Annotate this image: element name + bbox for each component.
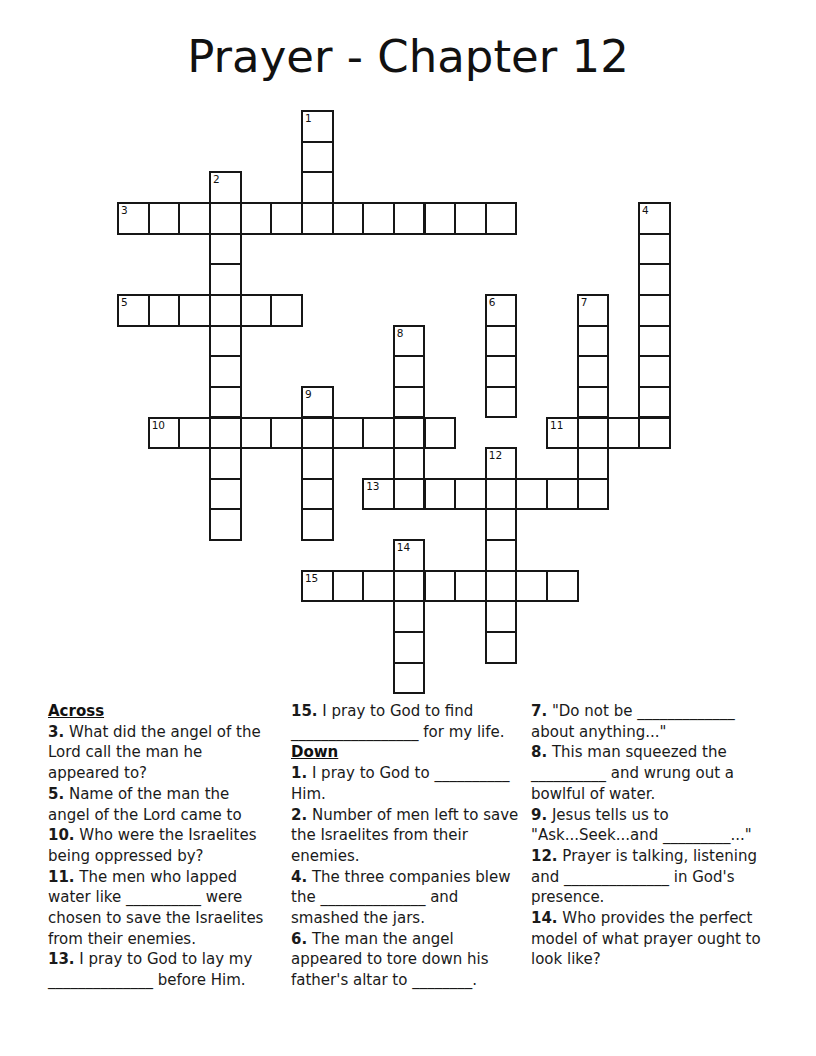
clue-number-11: 11 bbox=[550, 419, 563, 431]
grid-cell-r3c7[interactable] bbox=[332, 202, 365, 235]
grid-cell-r8c12[interactable] bbox=[485, 355, 518, 388]
grid-cell-r3c3[interactable] bbox=[209, 202, 242, 235]
clue-item-number: 11. bbox=[48, 868, 75, 886]
clue-item-text: What did the angel of the Lord call the … bbox=[48, 723, 261, 782]
clue-item-text: "Do not be _____________ about anything.… bbox=[531, 702, 735, 741]
clue-item-text: I pray to God to lay my ______________ b… bbox=[48, 950, 252, 989]
grid-cell-r3c8[interactable] bbox=[362, 202, 395, 235]
grid-cell-r3c9[interactable] bbox=[393, 202, 426, 235]
grid-cell-r7c3[interactable] bbox=[209, 325, 242, 358]
grid-cell-r7c12[interactable] bbox=[485, 325, 518, 358]
grid-cell-r6c1[interactable] bbox=[148, 294, 181, 327]
grid-cell-r3c4[interactable] bbox=[240, 202, 273, 235]
clue-down-8: 8. This man squeezed the __________ and … bbox=[531, 742, 768, 804]
grid-cell-r8c17[interactable] bbox=[638, 355, 671, 388]
clue-number-6: 6 bbox=[489, 296, 496, 308]
clue-number-13: 13 bbox=[366, 480, 379, 492]
clue-across-13: 13. I pray to God to lay my ____________… bbox=[48, 949, 274, 990]
clue-item-text: Number of men left to save the Israelite… bbox=[291, 806, 518, 865]
grid-cell-r12c12[interactable] bbox=[485, 478, 518, 511]
grid-cell-r10c10[interactable] bbox=[424, 417, 457, 450]
grid-cell-r11c12[interactable]: 12 bbox=[485, 447, 518, 480]
grid-cell-r5c3[interactable] bbox=[209, 263, 242, 296]
clue-item-text: The men who lapped water like __________… bbox=[48, 868, 263, 948]
clue-item-number: 7. bbox=[531, 702, 547, 720]
grid-cell-r10c16[interactable] bbox=[607, 417, 640, 450]
grid-cell-r3c2[interactable] bbox=[178, 202, 211, 235]
clue-number-14: 14 bbox=[397, 541, 410, 553]
clue-down-1: 1. I pray to God to __________ Him. bbox=[291, 763, 527, 804]
grid-cell-r0c6[interactable]: 1 bbox=[301, 110, 334, 143]
grid-cell-r16c9[interactable] bbox=[393, 600, 426, 633]
clue-item-text: Who were the Israelites being oppressed … bbox=[48, 826, 256, 865]
grid-cell-r15c6[interactable]: 15 bbox=[301, 570, 334, 603]
grid-cell-r10c2[interactable] bbox=[178, 417, 211, 450]
clue-number-1: 1 bbox=[305, 112, 312, 124]
grid-cell-r6c5[interactable] bbox=[270, 294, 303, 327]
grid-cell-r12c3[interactable] bbox=[209, 478, 242, 511]
grid-cell-r15c13[interactable] bbox=[515, 570, 548, 603]
grid-cell-r10c8[interactable] bbox=[362, 417, 395, 450]
grid-cell-r10c6[interactable] bbox=[301, 417, 334, 450]
grid-cell-r15c9[interactable] bbox=[393, 570, 426, 603]
grid-cell-r5c17[interactable] bbox=[638, 263, 671, 296]
grid-cell-r11c6[interactable] bbox=[301, 447, 334, 480]
puzzle-title: Prayer - Chapter 12 bbox=[0, 30, 816, 83]
clue-item-text: Who provides the perfect model of what p… bbox=[531, 909, 761, 968]
grid-cell-r6c17[interactable] bbox=[638, 294, 671, 327]
clue-number-8: 8 bbox=[397, 327, 404, 339]
grid-cell-r7c17[interactable] bbox=[638, 325, 671, 358]
clue-item-number: 4. bbox=[291, 868, 307, 886]
grid-cell-r15c11[interactable] bbox=[454, 570, 487, 603]
grid-cell-r3c11[interactable] bbox=[454, 202, 487, 235]
grid-cell-r10c4[interactable] bbox=[240, 417, 273, 450]
clue-item-number: 15. bbox=[291, 702, 318, 720]
grid-cell-r9c6[interactable]: 9 bbox=[301, 386, 334, 419]
clue-item-number: 12. bbox=[531, 847, 558, 865]
grid-cell-r12c10[interactable] bbox=[424, 478, 457, 511]
clue-item-number: 3. bbox=[48, 723, 64, 741]
clue-down-9: 9. Jesus tells us to "Ask...Seek...and _… bbox=[531, 805, 768, 846]
clue-number-7: 7 bbox=[581, 296, 588, 308]
grid-cell-r10c1[interactable]: 10 bbox=[148, 417, 181, 450]
grid-cell-r10c9[interactable] bbox=[393, 417, 426, 450]
clue-number-12: 12 bbox=[489, 449, 502, 461]
grid-cell-r13c12[interactable] bbox=[485, 508, 518, 541]
grid-cell-r10c17[interactable] bbox=[638, 417, 671, 450]
clue-column-3: 7. "Do not be _____________ about anythi… bbox=[531, 701, 768, 970]
grid-cell-r9c9[interactable] bbox=[393, 386, 426, 419]
grid-cell-r10c14[interactable]: 11 bbox=[546, 417, 579, 450]
grid-cell-r17c9[interactable] bbox=[393, 631, 426, 664]
grid-cell-r1c6[interactable] bbox=[301, 141, 334, 174]
clue-number-3: 3 bbox=[121, 204, 128, 216]
grid-cell-r3c6[interactable] bbox=[301, 202, 334, 235]
clue-down-4: 4. The three companies blew the ________… bbox=[291, 867, 527, 929]
grid-cell-r8c3[interactable] bbox=[209, 355, 242, 388]
grid-cell-r3c12[interactable] bbox=[485, 202, 518, 235]
clue-item-number: 1. bbox=[291, 764, 307, 782]
clue-number-10: 10 bbox=[152, 419, 165, 431]
grid-cell-r17c12[interactable] bbox=[485, 631, 518, 664]
grid-cell-r8c15[interactable] bbox=[577, 355, 610, 388]
grid-cell-r15c8[interactable] bbox=[362, 570, 395, 603]
clue-item-number: 10. bbox=[48, 826, 75, 844]
clues-section: Across3. What did the angel of the Lord … bbox=[0, 701, 816, 1001]
grid-cell-r12c15[interactable] bbox=[577, 478, 610, 511]
grid-cell-r7c9[interactable]: 8 bbox=[393, 325, 426, 358]
grid-cell-r2c6[interactable] bbox=[301, 171, 334, 204]
clue-across-5: 5. Name of the man the angel of the Lord… bbox=[48, 784, 274, 825]
grid-cell-r12c6[interactable] bbox=[301, 478, 334, 511]
grid-cell-r14c12[interactable] bbox=[485, 539, 518, 572]
clue-down-2: 2. Number of men left to save the Israel… bbox=[291, 805, 527, 867]
clue-item-number: 8. bbox=[531, 743, 547, 761]
grid-cell-r18c9[interactable] bbox=[393, 662, 426, 695]
clue-item-number: 14. bbox=[531, 909, 558, 927]
clue-number-5: 5 bbox=[121, 296, 128, 308]
grid-cell-r9c15[interactable] bbox=[577, 386, 610, 419]
grid-cell-r15c12[interactable] bbox=[485, 570, 518, 603]
clue-number-15: 15 bbox=[305, 572, 318, 584]
grid-cell-r6c12[interactable]: 6 bbox=[485, 294, 518, 327]
grid-cell-r6c4[interactable] bbox=[240, 294, 273, 327]
clue-number-4: 4 bbox=[642, 204, 649, 216]
grid-cell-r11c3[interactable] bbox=[209, 447, 242, 480]
grid-cell-r6c2[interactable] bbox=[178, 294, 211, 327]
clue-column-2: 15. I pray to God to find ______________… bbox=[291, 701, 527, 991]
grid-cell-r3c10[interactable] bbox=[424, 202, 457, 235]
crossword-worksheet-page: { "game": "crossword", "title": "Prayer … bbox=[0, 0, 816, 1056]
grid-cell-r12c14[interactable] bbox=[546, 478, 579, 511]
grid-cell-r10c15[interactable] bbox=[577, 417, 610, 450]
clue-item-number: 2. bbox=[291, 806, 307, 824]
clue-item-text: Prayer is talking, listening and _______… bbox=[531, 847, 757, 906]
clue-down-12: 12. Prayer is talking, listening and ___… bbox=[531, 846, 768, 908]
clue-across-3: 3. What did the angel of the Lord call t… bbox=[48, 722, 274, 784]
grid-cell-r4c17[interactable] bbox=[638, 233, 671, 266]
clue-item-text: The man the angel appeared to tore down … bbox=[291, 930, 488, 989]
grid-cell-r6c3[interactable] bbox=[209, 294, 242, 327]
grid-cell-r16c12[interactable] bbox=[485, 600, 518, 633]
grid-cell-r3c17[interactable]: 4 bbox=[638, 202, 671, 235]
clue-across-10: 10. Who were the Israelites being oppres… bbox=[48, 825, 274, 866]
grid-cell-r13c3[interactable] bbox=[209, 508, 242, 541]
clue-across-11: 11. The men who lapped water like ______… bbox=[48, 867, 274, 950]
grid-cell-r10c3[interactable] bbox=[209, 417, 242, 450]
clue-down-14: 14. Who provides the perfect model of wh… bbox=[531, 908, 768, 970]
clue-down-6: 6. The man the angel appeared to tore do… bbox=[291, 929, 527, 991]
grid-cell-r8c9[interactable] bbox=[393, 355, 426, 388]
clue-item-text: Name of the man the angel of the Lord ca… bbox=[48, 785, 242, 824]
grid-cell-r10c7[interactable] bbox=[332, 417, 365, 450]
grid-cell-r15c14[interactable] bbox=[546, 570, 579, 603]
grid-cell-r13c6[interactable] bbox=[301, 508, 334, 541]
grid-cell-r12c8[interactable]: 13 bbox=[362, 478, 395, 511]
grid-cell-r3c5[interactable] bbox=[270, 202, 303, 235]
grid-cell-r3c1[interactable] bbox=[148, 202, 181, 235]
clue-number-9: 9 bbox=[305, 388, 312, 400]
grid-cell-r12c11[interactable] bbox=[454, 478, 487, 511]
grid-cell-r9c17[interactable] bbox=[638, 386, 671, 419]
across-header: Across bbox=[48, 701, 274, 722]
grid-cell-r15c7[interactable] bbox=[332, 570, 365, 603]
grid-cell-r6c15[interactable]: 7 bbox=[577, 294, 610, 327]
clue-item-text: I pray to God to __________ Him. bbox=[291, 764, 509, 803]
clue-item-text: The three companies blew the ___________… bbox=[291, 868, 510, 927]
clue-number-2: 2 bbox=[213, 173, 220, 185]
clue-down-7: 7. "Do not be _____________ about anythi… bbox=[531, 701, 768, 742]
grid-cell-r11c9[interactable] bbox=[393, 447, 426, 480]
down-header: Down bbox=[291, 742, 527, 763]
crossword-grid: 123456789101112131415 bbox=[117, 110, 671, 694]
grid-cell-r14c9[interactable]: 14 bbox=[393, 539, 426, 572]
grid-cell-r6c0[interactable]: 5 bbox=[117, 294, 150, 327]
clue-item-text: Jesus tells us to "Ask...Seek...and ____… bbox=[531, 806, 752, 845]
grid-cell-r3c0[interactable]: 3 bbox=[117, 202, 150, 235]
clue-item-number: 13. bbox=[48, 950, 75, 968]
clue-item-number: 5. bbox=[48, 785, 64, 803]
grid-cell-r11c15[interactable] bbox=[577, 447, 610, 480]
clue-item-text: This man squeezed the __________ and wru… bbox=[531, 743, 734, 802]
grid-cell-r10c5[interactable] bbox=[270, 417, 303, 450]
grid-cell-r7c15[interactable] bbox=[577, 325, 610, 358]
grid-cell-r4c3[interactable] bbox=[209, 233, 242, 266]
clue-across-15: 15. I pray to God to find ______________… bbox=[291, 701, 527, 742]
clue-item-number: 6. bbox=[291, 930, 307, 948]
clue-item-text: I pray to God to find _________________ … bbox=[291, 702, 505, 741]
grid-cell-r2c3[interactable]: 2 bbox=[209, 171, 242, 204]
clue-item-number: 9. bbox=[531, 806, 547, 824]
grid-cell-r9c12[interactable] bbox=[485, 386, 518, 419]
grid-cell-r12c9[interactable] bbox=[393, 478, 426, 511]
grid-cell-r15c10[interactable] bbox=[424, 570, 457, 603]
grid-cell-r12c13[interactable] bbox=[515, 478, 548, 511]
clue-column-1: Across3. What did the angel of the Lord … bbox=[48, 701, 274, 991]
grid-cell-r9c3[interactable] bbox=[209, 386, 242, 419]
